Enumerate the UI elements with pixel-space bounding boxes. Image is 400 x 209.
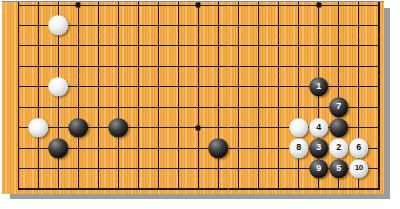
board-point-13-19[interactable] bbox=[249, 179, 269, 194]
board-point-11-18[interactable] bbox=[208, 158, 228, 178]
black-stone[interactable] bbox=[329, 118, 349, 138]
board-point-3-19[interactable] bbox=[48, 179, 68, 194]
white-stone[interactable] bbox=[28, 118, 48, 138]
board-point-3-15[interactable] bbox=[48, 97, 68, 117]
move-number-label: 5 bbox=[336, 164, 341, 173]
board-point-13-12[interactable] bbox=[249, 36, 269, 56]
board-point-10-10[interactable] bbox=[188, 1, 208, 15]
board-point-11-15[interactable] bbox=[208, 97, 228, 117]
board-point-13-15[interactable] bbox=[249, 97, 269, 117]
board-point-14-11[interactable] bbox=[269, 15, 289, 35]
board-point-6-19[interactable] bbox=[108, 179, 128, 194]
board-point-7-12[interactable] bbox=[128, 36, 148, 56]
star-point bbox=[76, 3, 81, 8]
move-number-label: 2 bbox=[336, 144, 341, 153]
board-point-17-18[interactable]: 5 bbox=[329, 158, 349, 178]
board-point-4-14[interactable] bbox=[68, 77, 88, 97]
board-point-2-18[interactable] bbox=[28, 158, 48, 178]
board-point-9-18[interactable] bbox=[168, 158, 188, 178]
board-point-10-14[interactable] bbox=[188, 77, 208, 97]
board-point-6-13[interactable] bbox=[108, 56, 128, 76]
board-point-18-10[interactable] bbox=[349, 1, 369, 15]
board-point-5-11[interactable] bbox=[88, 15, 108, 35]
board-point-3-17[interactable] bbox=[48, 138, 68, 158]
board-point-17-10[interactable] bbox=[329, 1, 349, 15]
board-point-8-18[interactable] bbox=[148, 158, 168, 178]
board-point-4-13[interactable] bbox=[68, 56, 88, 76]
board-point-17-17[interactable]: 2 bbox=[329, 138, 349, 158]
board-point-1-17[interactable] bbox=[8, 138, 28, 158]
white-stone[interactable] bbox=[48, 77, 68, 97]
board-point-16-12[interactable] bbox=[309, 36, 329, 56]
board-point-5-18[interactable] bbox=[88, 158, 108, 178]
board-point-10-13[interactable] bbox=[188, 56, 208, 76]
board-point-16-11[interactable] bbox=[309, 15, 329, 35]
board-point-11-17[interactable] bbox=[208, 138, 228, 158]
board-point-1-15[interactable] bbox=[8, 97, 28, 117]
board-point-16-10[interactable] bbox=[309, 1, 329, 15]
board-point-5-14[interactable] bbox=[88, 77, 108, 97]
board-point-10-12[interactable] bbox=[188, 36, 208, 56]
board-point-3-10[interactable] bbox=[48, 1, 68, 15]
board-point-8-14[interactable] bbox=[148, 77, 168, 97]
board-point-8-12[interactable] bbox=[148, 36, 168, 56]
board-point-4-16[interactable] bbox=[68, 117, 88, 137]
board-point-17-15[interactable]: 7 bbox=[329, 97, 349, 117]
board-point-1-11[interactable] bbox=[8, 15, 28, 35]
board-point-15-12[interactable] bbox=[289, 36, 309, 56]
board-point-2-16[interactable] bbox=[28, 117, 48, 137]
board-point-2-10[interactable] bbox=[28, 1, 48, 15]
board-point-10-16[interactable] bbox=[188, 117, 208, 137]
board-point-7-18[interactable] bbox=[128, 158, 148, 178]
board-point-12-15[interactable] bbox=[229, 97, 249, 117]
white-stone-move-4[interactable]: 4 bbox=[309, 118, 329, 138]
board-point-18-11[interactable] bbox=[349, 15, 369, 35]
board-point-12-14[interactable] bbox=[229, 77, 249, 97]
board-point-2-12[interactable] bbox=[28, 36, 48, 56]
board-point-6-10[interactable] bbox=[108, 1, 128, 15]
board-point-11-10[interactable] bbox=[208, 1, 228, 15]
board-point-16-16[interactable]: 4 bbox=[309, 117, 329, 137]
move-number-label: 6 bbox=[356, 144, 361, 153]
board-point-3-16[interactable] bbox=[48, 117, 68, 137]
go-board-grid: 17483269510 bbox=[8, 1, 384, 194]
board-point-9-14[interactable] bbox=[168, 77, 188, 97]
board-point-5-15[interactable] bbox=[88, 97, 108, 117]
white-stone[interactable] bbox=[289, 118, 309, 138]
board-point-19-16[interactable] bbox=[369, 117, 384, 137]
move-number-label: 4 bbox=[316, 123, 321, 132]
board-point-10-15[interactable] bbox=[188, 97, 208, 117]
board-point-7-14[interactable] bbox=[128, 77, 148, 97]
white-stone[interactable] bbox=[48, 16, 68, 36]
board-point-4-12[interactable] bbox=[68, 36, 88, 56]
move-number-label: 1 bbox=[316, 82, 321, 91]
board-point-13-14[interactable] bbox=[249, 77, 269, 97]
board-point-12-12[interactable] bbox=[229, 36, 249, 56]
board-point-9-19[interactable] bbox=[168, 179, 188, 194]
board-point-15-14[interactable] bbox=[289, 77, 309, 97]
black-stone[interactable] bbox=[209, 138, 229, 158]
black-stone-move-5[interactable]: 5 bbox=[329, 159, 349, 179]
black-stone[interactable] bbox=[68, 118, 88, 138]
board-point-3-11[interactable] bbox=[48, 15, 68, 35]
board-point-19-19[interactable] bbox=[369, 179, 384, 194]
move-number-label: 7 bbox=[336, 103, 341, 112]
board-point-14-14[interactable] bbox=[269, 77, 289, 97]
board-point-13-11[interactable] bbox=[249, 15, 269, 35]
board-point-13-17[interactable] bbox=[249, 138, 269, 158]
board-point-4-11[interactable] bbox=[68, 15, 88, 35]
board-point-9-15[interactable] bbox=[168, 97, 188, 117]
board-point-3-13[interactable] bbox=[48, 56, 68, 76]
board-point-9-16[interactable] bbox=[168, 117, 188, 137]
board-point-2-11[interactable] bbox=[28, 15, 48, 35]
board-point-18-17[interactable]: 6 bbox=[349, 138, 369, 158]
board-point-13-16[interactable] bbox=[249, 117, 269, 137]
board-point-17-16[interactable] bbox=[329, 117, 349, 137]
white-stone-move-10[interactable]: 10 bbox=[349, 159, 369, 179]
white-stone-move-8[interactable]: 8 bbox=[289, 138, 309, 158]
board-point-19-10[interactable] bbox=[369, 1, 384, 15]
go-board-panel: 17483269510 bbox=[0, 0, 400, 209]
board-point-6-16[interactable] bbox=[108, 117, 128, 137]
board-point-11-12[interactable] bbox=[208, 36, 228, 56]
board-point-5-19[interactable] bbox=[88, 179, 108, 194]
board-point-14-12[interactable] bbox=[269, 36, 289, 56]
white-stone-move-6[interactable]: 6 bbox=[349, 138, 369, 158]
board-point-10-19[interactable] bbox=[188, 179, 208, 194]
board-point-4-18[interactable] bbox=[68, 158, 88, 178]
board-point-11-13[interactable] bbox=[208, 56, 228, 76]
board-point-8-13[interactable] bbox=[148, 56, 168, 76]
board-point-15-11[interactable] bbox=[289, 15, 309, 35]
board-point-12-18[interactable] bbox=[229, 158, 249, 178]
board-point-9-17[interactable] bbox=[168, 138, 188, 158]
board-point-10-17[interactable] bbox=[188, 138, 208, 158]
board-point-1-13[interactable] bbox=[8, 56, 28, 76]
board-point-16-18[interactable]: 9 bbox=[309, 158, 329, 178]
board-point-17-12[interactable] bbox=[329, 36, 349, 56]
board-point-16-14[interactable]: 1 bbox=[309, 77, 329, 97]
go-board: 17483269510 bbox=[2, 1, 384, 194]
black-stone-move-9[interactable]: 9 bbox=[309, 159, 329, 179]
black-stone-move-1[interactable]: 1 bbox=[309, 77, 329, 97]
board-point-14-15[interactable] bbox=[269, 97, 289, 117]
board-point-19-14[interactable] bbox=[369, 77, 384, 97]
board-point-14-16[interactable] bbox=[269, 117, 289, 137]
black-stone[interactable] bbox=[109, 118, 129, 138]
board-point-12-16[interactable] bbox=[229, 117, 249, 137]
board-point-9-12[interactable] bbox=[168, 36, 188, 56]
board-point-19-12[interactable] bbox=[369, 36, 384, 56]
board-point-8-10[interactable] bbox=[148, 1, 168, 15]
board-point-12-10[interactable] bbox=[229, 1, 249, 15]
board-point-1-10[interactable] bbox=[8, 1, 28, 15]
board-point-7-13[interactable] bbox=[128, 56, 148, 76]
board-point-5-12[interactable] bbox=[88, 36, 108, 56]
board-point-4-15[interactable] bbox=[68, 97, 88, 117]
board-point-17-19[interactable] bbox=[329, 179, 349, 194]
black-stone-move-7[interactable]: 7 bbox=[329, 97, 349, 117]
board-point-4-10[interactable] bbox=[68, 1, 88, 15]
board-point-10-11[interactable] bbox=[188, 15, 208, 35]
board-point-7-17[interactable] bbox=[128, 138, 148, 158]
board-point-18-13[interactable] bbox=[349, 56, 369, 76]
board-point-4-17[interactable] bbox=[68, 138, 88, 158]
board-point-15-16[interactable] bbox=[289, 117, 309, 137]
board-point-18-12[interactable] bbox=[349, 36, 369, 56]
board-point-9-10[interactable] bbox=[168, 1, 188, 15]
board-point-12-19[interactable] bbox=[229, 179, 249, 194]
board-point-18-19[interactable] bbox=[349, 179, 369, 194]
board-point-16-13[interactable] bbox=[309, 56, 329, 76]
board-point-3-18[interactable] bbox=[48, 158, 68, 178]
board-point-5-13[interactable] bbox=[88, 56, 108, 76]
board-point-6-17[interactable] bbox=[108, 138, 128, 158]
board-point-15-18[interactable] bbox=[289, 158, 309, 178]
board-point-17-13[interactable] bbox=[329, 56, 349, 76]
board-point-8-19[interactable] bbox=[148, 179, 168, 194]
board-point-17-14[interactable] bbox=[329, 77, 349, 97]
board-point-18-15[interactable] bbox=[349, 97, 369, 117]
board-point-19-15[interactable] bbox=[369, 97, 384, 117]
board-point-14-18[interactable] bbox=[269, 158, 289, 178]
board-point-15-15[interactable] bbox=[289, 97, 309, 117]
board-point-12-13[interactable] bbox=[229, 56, 249, 76]
board-point-19-13[interactable] bbox=[369, 56, 384, 76]
board-point-19-11[interactable] bbox=[369, 15, 384, 35]
board-point-15-17[interactable]: 8 bbox=[289, 138, 309, 158]
white-stone-move-2[interactable]: 2 bbox=[329, 138, 349, 158]
board-point-6-12[interactable] bbox=[108, 36, 128, 56]
board-point-7-16[interactable] bbox=[128, 117, 148, 137]
board-point-14-17[interactable] bbox=[269, 138, 289, 158]
board-point-1-19[interactable] bbox=[8, 179, 28, 194]
board-point-11-19[interactable] bbox=[208, 179, 228, 194]
board-point-14-19[interactable] bbox=[269, 179, 289, 194]
board-point-12-11[interactable] bbox=[229, 15, 249, 35]
board-point-16-19[interactable] bbox=[309, 179, 329, 194]
board-point-18-16[interactable] bbox=[349, 117, 369, 137]
board-point-19-17[interactable] bbox=[369, 138, 384, 158]
board-point-3-14[interactable] bbox=[48, 77, 68, 97]
board-point-16-17[interactable]: 3 bbox=[309, 138, 329, 158]
board-point-4-19[interactable] bbox=[68, 179, 88, 194]
board-point-1-12[interactable] bbox=[8, 36, 28, 56]
board-point-6-15[interactable] bbox=[108, 97, 128, 117]
board-point-3-12[interactable] bbox=[48, 36, 68, 56]
board-point-8-15[interactable] bbox=[148, 97, 168, 117]
board-point-9-13[interactable] bbox=[168, 56, 188, 76]
board-point-7-15[interactable] bbox=[128, 97, 148, 117]
move-number-label: 8 bbox=[296, 144, 301, 153]
board-point-18-18[interactable]: 10 bbox=[349, 158, 369, 178]
board-point-7-10[interactable] bbox=[128, 1, 148, 15]
board-point-13-13[interactable] bbox=[249, 56, 269, 76]
board-point-11-14[interactable] bbox=[208, 77, 228, 97]
board-point-2-13[interactable] bbox=[28, 56, 48, 76]
board-point-13-10[interactable] bbox=[249, 1, 269, 15]
board-point-1-18[interactable] bbox=[8, 158, 28, 178]
star-point bbox=[196, 3, 201, 8]
board-point-2-19[interactable] bbox=[28, 179, 48, 194]
board-point-15-19[interactable] bbox=[289, 179, 309, 194]
move-number-label: 10 bbox=[355, 165, 363, 173]
star-point bbox=[316, 3, 321, 8]
move-number-label: 9 bbox=[316, 164, 321, 173]
board-point-7-11[interactable] bbox=[128, 15, 148, 35]
board-point-15-13[interactable] bbox=[289, 56, 309, 76]
move-number-label: 3 bbox=[316, 144, 321, 153]
board-point-19-18[interactable] bbox=[369, 158, 384, 178]
board-point-18-14[interactable] bbox=[349, 77, 369, 97]
black-stone-move-3[interactable]: 3 bbox=[309, 138, 329, 158]
board-point-6-14[interactable] bbox=[108, 77, 128, 97]
board-point-5-10[interactable] bbox=[88, 1, 108, 15]
board-point-13-18[interactable] bbox=[249, 158, 269, 178]
board-point-11-11[interactable] bbox=[208, 15, 228, 35]
board-point-5-16[interactable] bbox=[88, 117, 108, 137]
board-point-8-11[interactable] bbox=[148, 15, 168, 35]
board-point-12-17[interactable] bbox=[229, 138, 249, 158]
board-point-14-10[interactable] bbox=[269, 1, 289, 15]
board-point-1-14[interactable] bbox=[8, 77, 28, 97]
star-point bbox=[196, 125, 201, 130]
board-point-8-17[interactable] bbox=[148, 138, 168, 158]
board-point-1-16[interactable] bbox=[8, 117, 28, 137]
board-point-2-15[interactable] bbox=[28, 97, 48, 117]
board-point-6-11[interactable] bbox=[108, 15, 128, 35]
board-point-15-10[interactable] bbox=[289, 1, 309, 15]
board-point-16-15[interactable] bbox=[309, 97, 329, 117]
board-point-2-17[interactable] bbox=[28, 138, 48, 158]
board-point-5-17[interactable] bbox=[88, 138, 108, 158]
board-point-7-19[interactable] bbox=[128, 179, 148, 194]
board-point-6-18[interactable] bbox=[108, 158, 128, 178]
board-point-11-16[interactable] bbox=[208, 117, 228, 137]
board-point-10-18[interactable] bbox=[188, 158, 208, 178]
board-point-9-11[interactable] bbox=[168, 15, 188, 35]
board-point-8-16[interactable] bbox=[148, 117, 168, 137]
board-point-14-13[interactable] bbox=[269, 56, 289, 76]
black-stone[interactable] bbox=[48, 138, 68, 158]
board-point-17-11[interactable] bbox=[329, 15, 349, 35]
board-point-2-14[interactable] bbox=[28, 77, 48, 97]
